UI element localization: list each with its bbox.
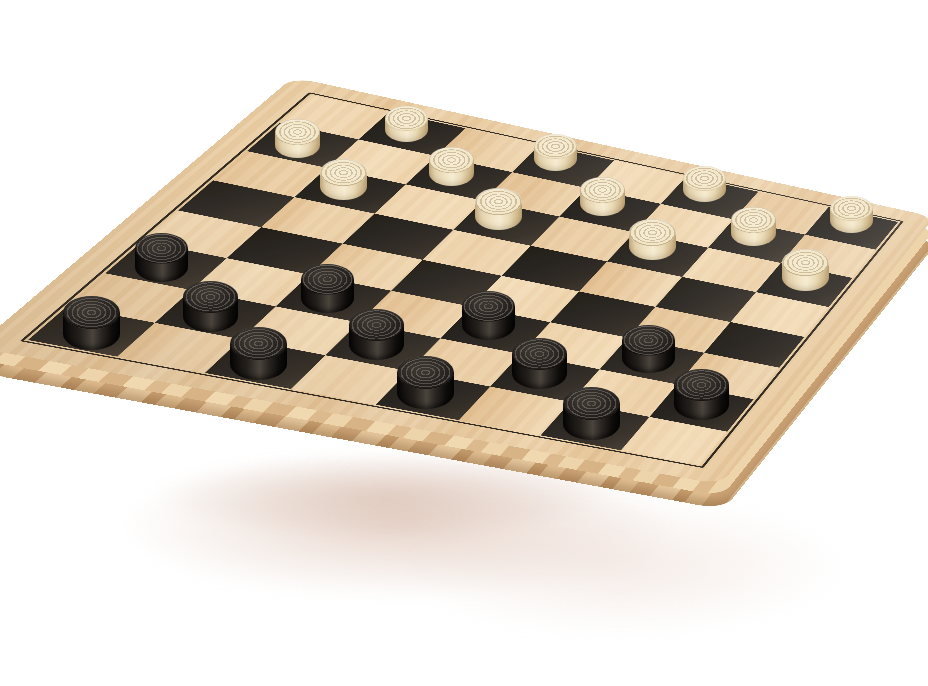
checker-piece-light[interactable] [275,119,320,158]
piece-top-engraving [320,159,367,186]
piece-top-engraving [385,106,428,131]
piece-top-engraving [622,325,675,356]
piece-top-engraving [674,369,729,401]
piece-top-engraving [683,166,726,191]
checker-piece-light[interactable] [475,188,522,229]
checker-piece-dark[interactable] [622,325,675,374]
checker-piece-dark[interactable] [135,233,188,282]
checker-piece-dark[interactable] [230,327,287,380]
piece-top-engraving [782,249,829,276]
checker-piece-dark[interactable] [349,309,404,360]
pieces-layer [0,0,928,686]
piece-top-engraving [629,219,676,246]
piece-top-engraving [397,356,454,389]
checker-piece-light[interactable] [830,196,873,233]
checker-piece-dark[interactable] [674,369,729,420]
checker-piece-dark[interactable] [397,356,454,409]
piece-top-engraving [580,177,625,203]
product-photo-scene [0,0,928,686]
piece-top-engraving [349,309,404,341]
checker-piece-dark[interactable] [183,281,238,332]
checker-piece-dark[interactable] [462,291,515,340]
checker-piece-light[interactable] [731,207,776,246]
checker-piece-light[interactable] [320,159,367,200]
checker-piece-dark[interactable] [301,264,354,313]
piece-top-engraving [731,207,776,233]
checker-piece-light[interactable] [782,249,829,290]
piece-top-engraving [512,338,567,370]
checker-piece-light[interactable] [534,134,577,171]
checker-piece-light[interactable] [429,147,474,186]
piece-top-engraving [830,196,873,221]
checker-piece-light[interactable] [385,106,428,143]
checker-piece-light[interactable] [580,177,625,216]
piece-top-engraving [462,291,515,322]
checker-piece-dark[interactable] [563,387,620,440]
checker-piece-light[interactable] [629,219,676,260]
piece-top-engraving [301,264,354,295]
checker-piece-dark[interactable] [512,338,567,389]
piece-top-engraving [230,327,287,360]
checker-piece-dark[interactable] [63,296,120,349]
piece-top-engraving [534,134,577,159]
piece-top-engraving [563,387,620,420]
checker-piece-light[interactable] [683,166,726,203]
